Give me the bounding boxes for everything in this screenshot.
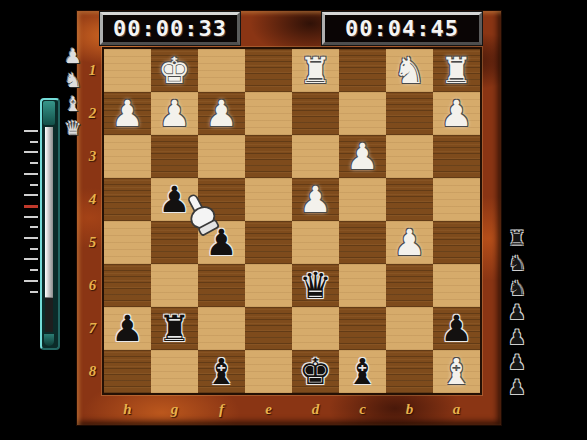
- gauge-tick: [30, 248, 38, 250]
- square-a5[interactable]: [433, 221, 480, 264]
- square-d2[interactable]: [292, 92, 339, 135]
- gauge-level-dark-segment: [45, 297, 53, 332]
- file-label-a: a: [433, 400, 480, 418]
- gauge-tick: [30, 226, 38, 228]
- file-label-e: e: [245, 400, 292, 418]
- square-d5[interactable]: [292, 221, 339, 264]
- black-queen[interactable]: ♛: [299, 268, 331, 304]
- square-g8[interactable]: [151, 350, 198, 393]
- clock-right-time: 00:04:45: [345, 16, 459, 41]
- square-b1[interactable]: ♞: [386, 49, 433, 92]
- board-frame: 12345678 hgfedcba ♚♜♞♜♟♟♟♟♟♟♟♟♟♛♟♜♟♝♚♝♝: [76, 10, 502, 426]
- square-d3[interactable]: [292, 135, 339, 178]
- square-e1[interactable]: [245, 49, 292, 92]
- square-c6[interactable]: [339, 264, 386, 307]
- white-pawn[interactable]: ♟: [299, 182, 331, 218]
- square-c7[interactable]: [339, 307, 386, 350]
- square-f7[interactable]: [198, 307, 245, 350]
- captured-white-pawn: ♟: [58, 44, 88, 68]
- file-label-d: d: [292, 400, 339, 418]
- captured-black-knight: ♞: [502, 276, 532, 300]
- square-b2[interactable]: [386, 92, 433, 135]
- square-c3[interactable]: ♟: [339, 135, 386, 178]
- file-label-f: f: [198, 400, 245, 418]
- square-b7[interactable]: [386, 307, 433, 350]
- captured-black-rook: ♜: [502, 226, 532, 250]
- evaluation-gauge: [24, 98, 62, 354]
- black-rook[interactable]: ♜: [158, 311, 190, 347]
- square-d4[interactable]: ♟: [292, 178, 339, 221]
- square-b6[interactable]: [386, 264, 433, 307]
- black-king[interactable]: ♚: [299, 354, 331, 390]
- white-pawn[interactable]: ♟: [205, 96, 237, 132]
- captured-black-pawn: ♟: [502, 325, 532, 349]
- square-f1[interactable]: [198, 49, 245, 92]
- square-c1[interactable]: [339, 49, 386, 92]
- square-a8[interactable]: ♝: [433, 350, 480, 393]
- square-c2[interactable]: [339, 92, 386, 135]
- square-e6[interactable]: [245, 264, 292, 307]
- clock-left-time: 00:00:33: [113, 16, 227, 41]
- file-label-h: h: [104, 400, 151, 418]
- square-a3[interactable]: [433, 135, 480, 178]
- file-label-g: g: [151, 400, 198, 418]
- square-b4[interactable]: [386, 178, 433, 221]
- white-rook[interactable]: ♜: [440, 53, 472, 89]
- square-a2[interactable]: ♟: [433, 92, 480, 135]
- rank-label-6: 6: [83, 264, 102, 307]
- square-e5[interactable]: [245, 221, 292, 264]
- gauge-tick: [30, 162, 38, 164]
- black-pawn[interactable]: ♟: [111, 311, 143, 347]
- square-f2[interactable]: ♟: [198, 92, 245, 135]
- captured-black-pawn: ♟: [502, 350, 532, 374]
- rank-label-5: 5: [83, 221, 102, 264]
- chess-app-window: 12345678 hgfedcba ♚♜♞♜♟♟♟♟♟♟♟♟♟♛♟♜♟♝♚♝♝ …: [0, 0, 587, 440]
- captured-white-knight: ♞: [58, 68, 88, 92]
- gauge-tick: [24, 280, 38, 282]
- square-d1[interactable]: ♜: [292, 49, 339, 92]
- evaluation-thermometer: [40, 98, 60, 350]
- white-pawn[interactable]: ♟: [158, 96, 190, 132]
- gauge-tick: [24, 216, 38, 218]
- square-e3[interactable]: [245, 135, 292, 178]
- rank-label-3: 3: [83, 135, 102, 178]
- square-g7[interactable]: ♜: [151, 307, 198, 350]
- square-h3[interactable]: [104, 135, 151, 178]
- square-b3[interactable]: [386, 135, 433, 178]
- chess-board[interactable]: ♚♜♞♜♟♟♟♟♟♟♟♟♟♛♟♜♟♝♚♝♝: [104, 49, 480, 393]
- gauge-tick: [24, 237, 38, 239]
- square-e8[interactable]: [245, 350, 292, 393]
- file-label-c: c: [339, 400, 386, 418]
- gauge-tick: [30, 184, 38, 186]
- square-f3[interactable]: [198, 135, 245, 178]
- square-c8[interactable]: ♝: [339, 350, 386, 393]
- white-bishop[interactable]: ♝: [440, 354, 472, 390]
- square-b8[interactable]: [386, 350, 433, 393]
- clock-right: 00:04:45: [322, 12, 482, 45]
- gauge-tick: [30, 291, 38, 293]
- square-a1[interactable]: ♜: [433, 49, 480, 92]
- gauge-tick: [24, 194, 38, 196]
- white-pawn[interactable]: ♟: [111, 96, 143, 132]
- rank-label-4: 4: [83, 178, 102, 221]
- clock-left: 00:00:33: [100, 12, 240, 45]
- captured-black-knight: ♞: [502, 251, 532, 275]
- rank-label-7: 7: [83, 307, 102, 350]
- gauge-tick: [24, 173, 38, 175]
- square-h8[interactable]: [104, 350, 151, 393]
- square-d6[interactable]: ♛: [292, 264, 339, 307]
- gauge-tick: [30, 141, 38, 143]
- file-label-b: b: [386, 400, 433, 418]
- black-bishop[interactable]: ♝: [205, 354, 237, 390]
- white-pawn[interactable]: ♟: [346, 139, 378, 175]
- square-b5[interactable]: ♟: [386, 221, 433, 264]
- gauge-tick: [30, 269, 38, 271]
- square-e4[interactable]: [245, 178, 292, 221]
- black-pawn[interactable]: ♟: [440, 311, 472, 347]
- square-h1[interactable]: [104, 49, 151, 92]
- square-f8[interactable]: ♝: [198, 350, 245, 393]
- gauge-bottom-cap: [44, 334, 54, 346]
- square-d7[interactable]: [292, 307, 339, 350]
- square-h5[interactable]: [104, 221, 151, 264]
- square-f6[interactable]: [198, 264, 245, 307]
- captured-black-pawn: ♟: [502, 300, 532, 324]
- square-c5[interactable]: [339, 221, 386, 264]
- square-g3[interactable]: [151, 135, 198, 178]
- square-g2[interactable]: ♟: [151, 92, 198, 135]
- square-e7[interactable]: [245, 307, 292, 350]
- square-g6[interactable]: [151, 264, 198, 307]
- square-h6[interactable]: [104, 264, 151, 307]
- white-rook[interactable]: ♜: [299, 53, 331, 89]
- gauge-red-tick: [24, 205, 38, 208]
- gauge-tick: [24, 130, 38, 132]
- square-a7[interactable]: ♟: [433, 307, 480, 350]
- square-h7[interactable]: ♟: [104, 307, 151, 350]
- black-bishop[interactable]: ♝: [346, 354, 378, 390]
- white-pawn[interactable]: ♟: [440, 96, 472, 132]
- square-h2[interactable]: ♟: [104, 92, 151, 135]
- square-c4[interactable]: [339, 178, 386, 221]
- square-a4[interactable]: [433, 178, 480, 221]
- captured-white-queen: ♛: [58, 116, 88, 140]
- gauge-top-cap: [43, 101, 55, 125]
- captured-white-bishop: ♝: [58, 92, 88, 116]
- white-pawn[interactable]: ♟: [393, 225, 425, 261]
- gauge-level-bar: [45, 127, 53, 297]
- gauge-tick: [24, 258, 38, 260]
- gauge-tick: [24, 151, 38, 153]
- square-h4[interactable]: [104, 178, 151, 221]
- square-d8[interactable]: ♚: [292, 350, 339, 393]
- white-king[interactable]: ♚: [158, 53, 190, 89]
- captured-black-pawn: ♟: [502, 375, 532, 399]
- square-g1[interactable]: ♚: [151, 49, 198, 92]
- square-e2[interactable]: [245, 92, 292, 135]
- white-knight[interactable]: ♞: [393, 53, 425, 89]
- square-a6[interactable]: [433, 264, 480, 307]
- rank-label-8: 8: [83, 350, 102, 393]
